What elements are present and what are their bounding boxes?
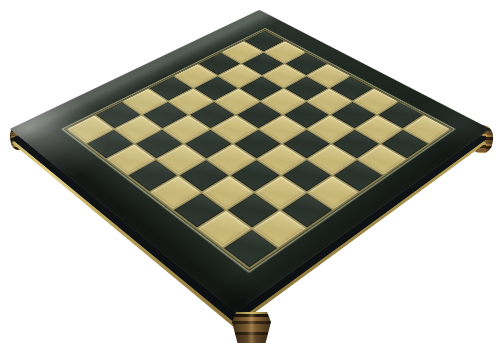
square-h3 <box>282 193 333 227</box>
square-f2 <box>203 176 252 209</box>
square-h5 <box>334 160 382 191</box>
square-c1 <box>107 145 154 175</box>
square-f1 <box>174 193 225 227</box>
square-d3 <box>185 130 231 158</box>
square-b1 <box>87 130 133 158</box>
square-e3 <box>208 145 255 175</box>
square-g6 <box>333 130 379 158</box>
square-d2 <box>158 145 205 175</box>
square-h2 <box>254 211 306 247</box>
square-h6 <box>358 145 405 175</box>
square-g4 <box>283 160 331 191</box>
square-g3 <box>256 176 305 209</box>
square-h7 <box>382 130 428 158</box>
square-h1 <box>224 230 277 268</box>
chess-board-product-photo <box>0 0 500 354</box>
chess-board <box>10 10 491 313</box>
square-f5 <box>284 130 330 158</box>
square-g2 <box>228 193 279 227</box>
camera-lean-wrapper <box>0 0 500 354</box>
board-top-face <box>10 10 491 313</box>
square-e1 <box>151 176 200 209</box>
square-f3 <box>231 160 279 191</box>
square-g5 <box>308 145 355 175</box>
square-c2 <box>136 130 182 158</box>
square-d1 <box>128 160 176 191</box>
square-e4 <box>234 130 280 158</box>
board-foot-front <box>232 312 271 343</box>
perspective-wrapper <box>0 0 500 354</box>
square-h4 <box>308 176 357 209</box>
square-f4 <box>258 145 305 175</box>
square-e2 <box>180 160 228 191</box>
square-g1 <box>198 211 250 247</box>
